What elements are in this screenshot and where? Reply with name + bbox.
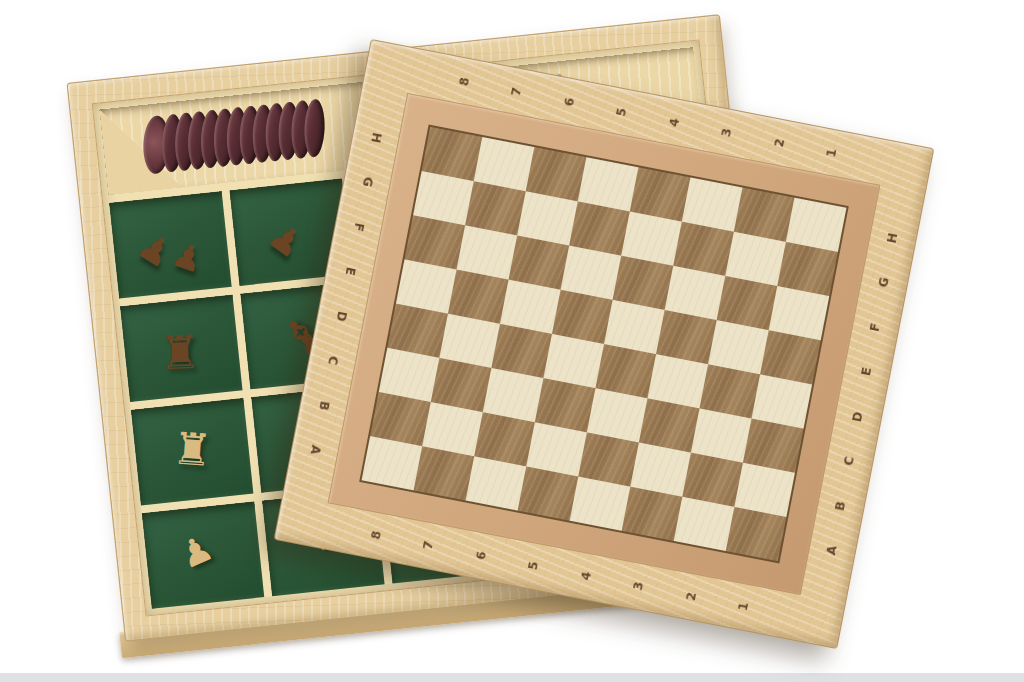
board-square xyxy=(622,487,683,541)
compartment-cell: ♜ xyxy=(120,295,242,402)
checkers-stack-dark xyxy=(140,98,327,175)
compartment-cell: ♟♟ xyxy=(109,191,231,298)
coordinate-label-top-7: 7 xyxy=(509,86,524,97)
coordinate-label-top-8: 8 xyxy=(457,76,472,87)
coordinate-label-right-E: E xyxy=(859,366,874,377)
coordinate-label-left-G: G xyxy=(360,176,376,188)
coordinate-label-right-D: D xyxy=(850,410,866,422)
coordinate-label-top-4: 4 xyxy=(667,117,682,128)
coordinate-label-bottom-5: 5 xyxy=(526,560,541,571)
coordinate-label-left-A: A xyxy=(308,444,324,456)
coordinate-label-bottom-8: 8 xyxy=(368,530,383,541)
board-square xyxy=(362,436,423,490)
compartment-cell: ♜ xyxy=(131,398,253,505)
coordinate-label-left-B: B xyxy=(316,400,331,412)
coordinate-label-top-2: 2 xyxy=(772,137,787,148)
coordinate-label-left-D: D xyxy=(334,310,350,322)
coordinate-label-top-6: 6 xyxy=(562,96,577,107)
coordinate-label-bottom-1: 1 xyxy=(736,601,751,612)
coordinate-label-right-B: B xyxy=(833,500,848,512)
board-square xyxy=(726,507,787,561)
board-square xyxy=(518,466,579,520)
chess-board: 8765432187654321HGFEDCBAHGFEDCBA xyxy=(275,40,933,648)
scene: ♟♟♟♞♟♜♝♞♜♟♟♟♟ 8765432187654321HGFEDCBAHG… xyxy=(0,0,1024,682)
coordinate-label-bottom-2: 2 xyxy=(684,591,699,602)
coordinate-label-left-C: C xyxy=(325,355,340,366)
dark-rook-piece: ♜ xyxy=(158,329,201,376)
coordinate-label-right-G: G xyxy=(876,276,892,288)
coordinate-label-right-A: A xyxy=(824,545,840,557)
board-square xyxy=(414,446,475,500)
light-pawn-piece: ♟ xyxy=(175,529,219,575)
coordinate-label-left-F: F xyxy=(351,221,366,232)
coordinate-label-right-H: H xyxy=(885,232,901,245)
board-square xyxy=(674,497,735,551)
coordinate-label-bottom-7: 7 xyxy=(421,540,436,551)
coordinate-label-top-3: 3 xyxy=(719,127,734,138)
board-frame: 8765432187654321HGFEDCBAHGFEDCBA xyxy=(275,40,933,648)
coordinate-label-bottom-3: 3 xyxy=(631,581,646,592)
board-square xyxy=(466,456,527,510)
coordinate-label-top-1: 1 xyxy=(824,148,839,159)
compartment-cell: ♟ xyxy=(142,502,264,609)
floor-strip xyxy=(0,673,1024,682)
checker-disc-dark xyxy=(304,99,326,158)
coordinate-label-right-C: C xyxy=(841,456,856,467)
dark-pawn-piece: ♟ xyxy=(262,217,309,265)
coordinate-label-bottom-4: 4 xyxy=(579,570,594,581)
light-rook-piece: ♜ xyxy=(171,426,213,473)
coordinate-label-left-H: H xyxy=(368,131,384,144)
board-square xyxy=(570,477,631,531)
coordinate-label-top-5: 5 xyxy=(614,107,629,118)
coordinate-label-right-F: F xyxy=(868,322,883,333)
coordinate-label-bottom-6: 6 xyxy=(473,550,488,561)
coordinate-label-left-E: E xyxy=(343,266,358,277)
